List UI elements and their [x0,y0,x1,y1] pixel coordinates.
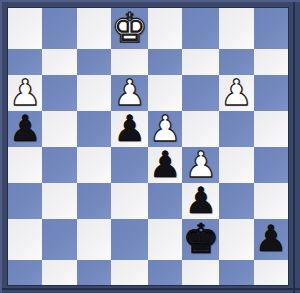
square-b7[interactable] [42,49,76,75]
white-king-icon: ♚ [111,8,148,49]
square-d3[interactable] [111,183,148,219]
square-g4[interactable] [219,147,253,183]
frame-shadow-seam-right [293,0,295,293]
square-d1[interactable] [111,260,148,286]
square-h6[interactable] [254,75,288,111]
square-b2[interactable] [42,219,76,260]
white-pawn-icon: ♟ [113,75,145,111]
square-h3[interactable] [254,183,288,219]
black-pawn-icon: ♟ [149,147,181,183]
square-h4[interactable] [254,147,288,183]
square-c2[interactable] [77,219,111,260]
white-pawn-icon: ♟ [185,147,217,183]
square-a3[interactable] [8,183,42,219]
square-a1[interactable] [8,260,42,286]
square-h2[interactable]: ♟ [254,219,288,260]
square-h7[interactable] [254,49,288,75]
white-pawn-icon: ♟ [149,111,181,147]
square-e2[interactable] [148,219,182,260]
black-pawn-icon: ♟ [9,111,41,147]
square-f1[interactable] [182,260,219,286]
square-d4[interactable] [111,147,148,183]
square-d8[interactable]: ♚ [111,8,148,49]
chess-board: ♚♟♟♟♟♟♟♟♟♟♚♟ [8,8,288,285]
square-a8[interactable] [8,8,42,49]
square-h5[interactable] [254,111,288,147]
white-pawn-icon: ♟ [9,75,41,111]
square-g3[interactable] [219,183,253,219]
square-e8[interactable] [148,8,182,49]
square-d6[interactable]: ♟ [111,75,148,111]
square-f3[interactable]: ♟ [182,183,219,219]
square-f4[interactable]: ♟ [182,147,219,183]
square-e6[interactable] [148,75,182,111]
square-b5[interactable] [42,111,76,147]
square-e3[interactable] [148,183,182,219]
square-f6[interactable] [182,75,219,111]
square-g8[interactable] [219,8,253,49]
black-king-icon: ♚ [182,219,219,260]
square-e7[interactable] [148,49,182,75]
square-e1[interactable] [148,260,182,286]
square-f5[interactable] [182,111,219,147]
square-g5[interactable] [219,111,253,147]
square-c8[interactable] [77,8,111,49]
square-d7[interactable] [111,49,148,75]
square-g2[interactable] [219,219,253,260]
square-c3[interactable] [77,183,111,219]
white-pawn-icon: ♟ [220,75,252,111]
square-g1[interactable] [219,260,253,286]
square-c5[interactable] [77,111,111,147]
square-g7[interactable] [219,49,253,75]
square-b1[interactable] [42,260,76,286]
square-c1[interactable] [77,260,111,286]
square-b4[interactable] [42,147,76,183]
square-a4[interactable] [8,147,42,183]
square-f8[interactable] [182,8,219,49]
square-a7[interactable] [8,49,42,75]
square-f7[interactable] [182,49,219,75]
square-d5[interactable]: ♟ [111,111,148,147]
square-c6[interactable] [77,75,111,111]
square-g6[interactable]: ♟ [219,75,253,111]
square-e4[interactable]: ♟ [148,147,182,183]
square-f2[interactable]: ♚ [182,219,219,260]
square-a2[interactable] [8,219,42,260]
square-b3[interactable] [42,183,76,219]
black-pawn-icon: ♟ [113,111,145,147]
square-c4[interactable] [77,147,111,183]
square-d2[interactable] [111,219,148,260]
board-frame: ♚♟♟♟♟♟♟♟♟♟♚♟ [0,0,300,293]
square-b6[interactable] [42,75,76,111]
square-a5[interactable]: ♟ [8,111,42,147]
frame-shadow-seam-bottom [0,288,300,290]
black-pawn-icon: ♟ [185,183,217,219]
square-b8[interactable] [42,8,76,49]
square-h8[interactable] [254,8,288,49]
square-a6[interactable]: ♟ [8,75,42,111]
square-c7[interactable] [77,49,111,75]
square-h1[interactable] [254,260,288,286]
square-e5[interactable]: ♟ [148,111,182,147]
black-pawn-icon: ♟ [255,221,287,257]
